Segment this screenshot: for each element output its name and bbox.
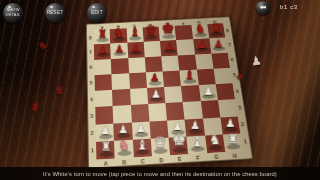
white-pawn-g4[interactable]: ♟ [204, 85, 214, 96]
button-highlight [8, 6, 11, 8]
coordinate-label: 7 [228, 43, 231, 47]
status-bar: It's White's turn to move (tap piece to … [0, 167, 320, 180]
reset-button[interactable]: RESET [45, 3, 65, 23]
red-pawn-g7[interactable]: ♟ [198, 39, 207, 49]
red-rook-a8[interactable]: ♜ [97, 29, 107, 40]
white-king-e1[interactable]: ♚ [171, 133, 186, 149]
coordinate-label: 8 [226, 28, 229, 32]
coordinate-label: 8 [89, 35, 92, 39]
status-text: It's White's turn to move (tap piece to … [43, 171, 277, 177]
white-bishop-c1[interactable]: ♝ [136, 138, 148, 152]
chess-board-scene: AABBCCDDEEFFGGHH1122334455667788 ♜♞♝♛♚♞♜… [0, 0, 320, 180]
red-bishop-f5[interactable]: ♝ [183, 68, 195, 81]
red-pawn-h7[interactable]: ♟ [214, 38, 223, 48]
white-pawn-d4[interactable]: ♟ [152, 88, 162, 99]
coordinate-label: 7 [89, 50, 92, 54]
red-pawn-a7[interactable]: ♟ [98, 44, 107, 54]
coordinate-label: 5 [90, 81, 93, 86]
pieces-layer: ♜♞♝♛♚♞♜♟♟♟♟♟♟♟♝♟♟♟♟♟♟♟♟♜♞♝♛♚♝♞♜ [87, 17, 252, 167]
button-highlight [50, 6, 53, 8]
white-rook-a1[interactable]: ♜ [100, 141, 111, 153]
white-pawn-a2[interactable]: ♟ [100, 125, 110, 136]
edit-button[interactable]: EDIT [87, 3, 107, 23]
white-rook-h1[interactable]: ♜ [228, 134, 239, 146]
red-pawn-d5[interactable]: ♟ [150, 72, 159, 82]
coordinate-label: 6 [231, 57, 234, 62]
chess-board: AABBCCDDEEFFGGHH1122334455667788 ♜♞♝♛♚♞♜… [86, 16, 253, 168]
undo-button[interactable]: ⬅ [256, 1, 270, 15]
button-highlight [92, 6, 95, 8]
coordinate-label: G [197, 20, 201, 24]
coordinate-label: F [181, 21, 184, 25]
coordinate-label: B [116, 24, 119, 28]
white-bishop-f1[interactable]: ♝ [191, 135, 203, 149]
red-rook-h8[interactable]: ♜ [212, 23, 222, 34]
coordinate-label: 6 [90, 65, 93, 70]
selected-white-knight-b1[interactable]: ♞ [118, 139, 130, 152]
edit-label: EDIT [91, 10, 102, 15]
white-pawn-f2[interactable]: ♟ [190, 120, 200, 131]
undo-arrow-icon: ⬅ [260, 4, 267, 12]
coordinate-label: A [100, 25, 103, 29]
chess-app-window: AABBCCDDEEFFGGHH1122334455667788 ♜♞♝♛♚♞♜… [0, 0, 320, 180]
red-pawn-c7[interactable]: ♟ [131, 43, 140, 53]
reset-label: RESET [47, 10, 64, 15]
captured-white-piece: ♟ [250, 54, 262, 67]
red-pawn-e7[interactable]: ♟ [165, 41, 174, 51]
red-pawn-b7[interactable]: ♟ [115, 43, 124, 53]
show-detail-button[interactable]: SHOW DETAIL [3, 3, 23, 23]
white-pawn-h2[interactable]: ♟ [226, 118, 236, 129]
move-text: b1 c3 [280, 4, 298, 10]
coordinate-label: C [132, 23, 135, 27]
show-detail-label-line2: DETAIL [6, 13, 21, 18]
coordinate-label: E [165, 22, 168, 26]
white-knight-g1[interactable]: ♞ [209, 134, 221, 147]
white-queen-d1[interactable]: ♛ [154, 135, 168, 150]
white-pawn-c2[interactable]: ♟ [136, 123, 146, 134]
white-pawn-b2[interactable]: ♟ [118, 124, 128, 135]
